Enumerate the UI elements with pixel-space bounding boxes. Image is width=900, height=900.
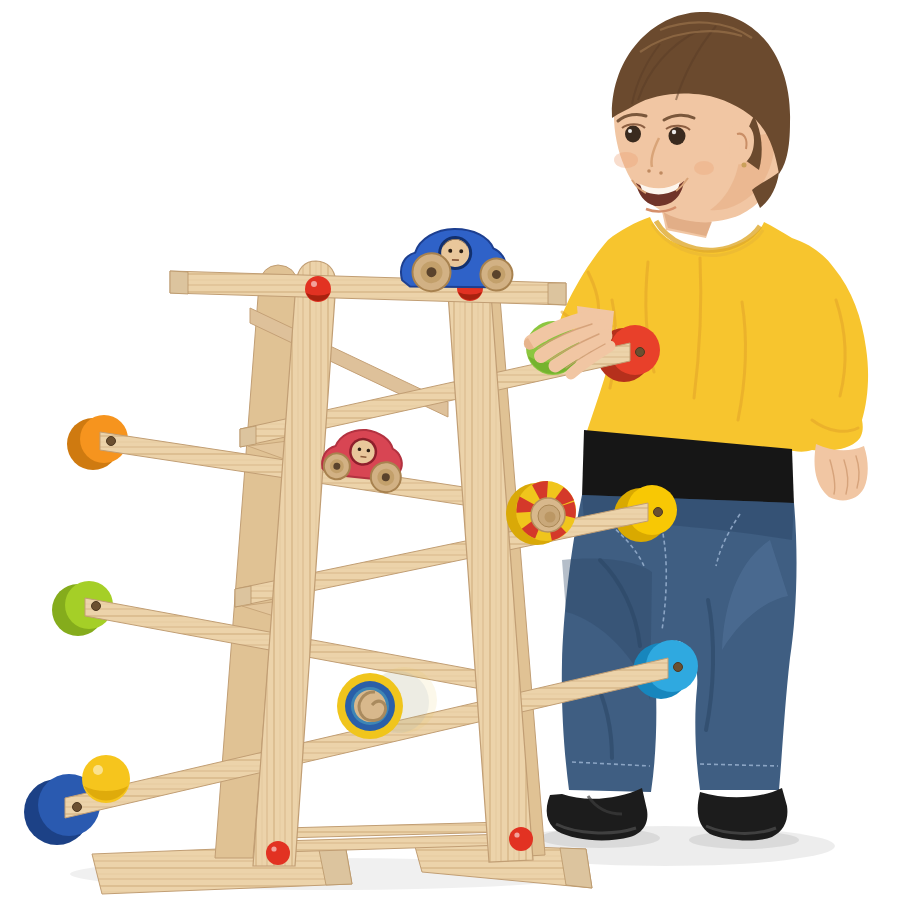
- right-hand: [815, 444, 868, 500]
- rail-yellow-endgrain: [235, 586, 251, 607]
- cheek-blush: [694, 161, 714, 175]
- red-pin-bottom-left: [266, 841, 290, 865]
- red-pin-top-left: [305, 276, 331, 302]
- red-pin-bottom-right: [509, 827, 533, 851]
- photo-scene: [0, 0, 900, 900]
- cap-cyan-screw: [674, 663, 683, 672]
- blue-car-rear-wheel: [480, 258, 513, 291]
- earring: [742, 163, 747, 168]
- yellow-ball: [82, 755, 130, 803]
- cap-orange-screw: [107, 437, 116, 446]
- cap-green-screw: [92, 602, 101, 611]
- toddler: [547, 12, 868, 841]
- nostril: [647, 169, 651, 173]
- toddler-head: [612, 12, 790, 222]
- cap-yellow-screw: [654, 508, 663, 517]
- rail-red-endgrain: [240, 426, 256, 447]
- cap-red-screw: [636, 348, 645, 357]
- nostril: [659, 171, 663, 175]
- start-rail-endgrain-right: [548, 283, 566, 305]
- yellow-ball-highlight: [93, 765, 103, 775]
- spiral-disc: [337, 673, 403, 739]
- pinwheel-hub: [531, 498, 565, 532]
- scene-svg: [0, 0, 900, 900]
- cheek-blush: [614, 152, 638, 168]
- start-rail-endgrain-left: [170, 271, 188, 294]
- blue-car: [400, 227, 514, 294]
- cap-navy-screw: [73, 803, 82, 812]
- blue-car-front-wheel: [412, 253, 451, 292]
